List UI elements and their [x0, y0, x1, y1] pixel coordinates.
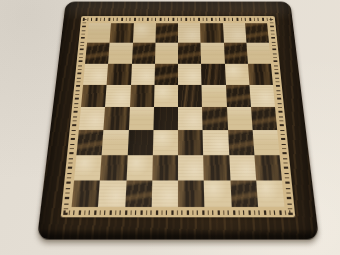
- square-h8[interactable]: [245, 23, 269, 43]
- square-c6[interactable]: [131, 63, 155, 84]
- square-e1[interactable]: [178, 180, 205, 207]
- square-a4[interactable]: [79, 107, 105, 130]
- square-f4[interactable]: [202, 107, 227, 130]
- square-b2[interactable]: [100, 155, 127, 181]
- square-b1[interactable]: [98, 180, 126, 207]
- square-h3[interactable]: [252, 130, 279, 154]
- square-e5[interactable]: [178, 85, 202, 107]
- square-a1[interactable]: [72, 180, 100, 207]
- square-f7[interactable]: [201, 43, 225, 63]
- square-g2[interactable]: [229, 155, 256, 181]
- board-squares-grid: [72, 23, 285, 207]
- square-f3[interactable]: [203, 130, 229, 154]
- square-d6[interactable]: [154, 63, 178, 84]
- trim-dashes-top: [83, 18, 274, 21]
- square-h2[interactable]: [254, 155, 282, 181]
- square-a7[interactable]: [85, 43, 110, 63]
- trim-dashes-bottom: [63, 210, 293, 215]
- square-a5[interactable]: [81, 85, 107, 107]
- square-d7[interactable]: [155, 43, 178, 63]
- square-h6[interactable]: [248, 63, 273, 84]
- square-g3[interactable]: [228, 130, 255, 154]
- square-f8[interactable]: [200, 23, 223, 43]
- square-h7[interactable]: [246, 43, 271, 63]
- square-c4[interactable]: [128, 107, 153, 130]
- square-b7[interactable]: [108, 43, 132, 63]
- square-b8[interactable]: [110, 23, 134, 43]
- chess-board: [37, 2, 319, 240]
- square-e2[interactable]: [178, 155, 204, 181]
- photo-background: [0, 0, 340, 255]
- square-h4[interactable]: [251, 107, 277, 130]
- square-g6[interactable]: [224, 63, 249, 84]
- square-f2[interactable]: [203, 155, 230, 181]
- square-e3[interactable]: [178, 130, 203, 154]
- board-frame: [37, 2, 319, 240]
- square-d8[interactable]: [155, 23, 178, 43]
- square-g8[interactable]: [223, 23, 247, 43]
- square-a8[interactable]: [87, 23, 111, 43]
- square-c7[interactable]: [132, 43, 156, 63]
- square-e4[interactable]: [178, 107, 203, 130]
- square-c2[interactable]: [126, 155, 153, 181]
- square-d5[interactable]: [154, 85, 178, 107]
- square-e6[interactable]: [178, 63, 202, 84]
- square-g1[interactable]: [230, 180, 258, 207]
- square-a3[interactable]: [77, 130, 104, 154]
- square-d1[interactable]: [151, 180, 178, 207]
- square-b6[interactable]: [107, 63, 132, 84]
- square-h1[interactable]: [256, 180, 284, 207]
- square-f6[interactable]: [201, 63, 225, 84]
- square-a6[interactable]: [83, 63, 108, 84]
- square-c5[interactable]: [130, 85, 155, 107]
- square-c8[interactable]: [133, 23, 156, 43]
- square-d3[interactable]: [153, 130, 178, 154]
- square-c1[interactable]: [125, 180, 152, 207]
- square-g7[interactable]: [223, 43, 247, 63]
- square-c3[interactable]: [127, 130, 153, 154]
- square-f1[interactable]: [204, 180, 231, 207]
- square-g4[interactable]: [227, 107, 253, 130]
- square-h5[interactable]: [249, 85, 275, 107]
- square-d4[interactable]: [153, 107, 178, 130]
- square-b3[interactable]: [102, 130, 129, 154]
- square-d2[interactable]: [152, 155, 178, 181]
- square-g5[interactable]: [225, 85, 250, 107]
- square-b4[interactable]: [104, 107, 130, 130]
- square-f5[interactable]: [202, 85, 227, 107]
- square-b5[interactable]: [105, 85, 130, 107]
- square-e7[interactable]: [178, 43, 201, 63]
- square-a2[interactable]: [74, 155, 102, 181]
- square-e8[interactable]: [178, 23, 201, 43]
